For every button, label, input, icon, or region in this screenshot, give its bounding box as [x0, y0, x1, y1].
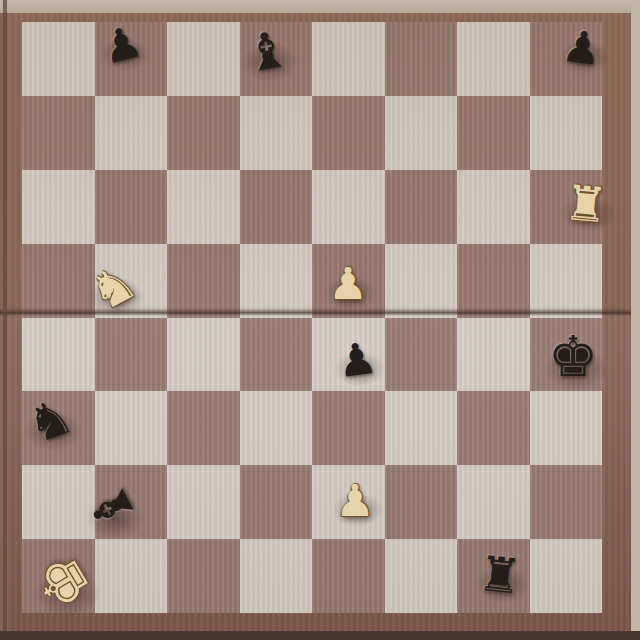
square-c4[interactable]	[167, 318, 240, 392]
square-c2[interactable]	[167, 465, 240, 539]
square-d5[interactable]	[240, 244, 313, 318]
square-f7[interactable]	[385, 96, 458, 170]
square-g6[interactable]	[457, 170, 530, 244]
square-c6[interactable]	[167, 170, 240, 244]
piece-black-bishop-d8[interactable]: ♝	[241, 23, 294, 80]
piece-black-pawn-e4[interactable]: ♟	[334, 335, 379, 384]
square-d3[interactable]	[240, 391, 313, 465]
square-d4[interactable]	[240, 318, 313, 392]
square-f8[interactable]	[385, 22, 458, 96]
square-e8[interactable]	[312, 22, 385, 96]
table-surface-top	[0, 0, 640, 13]
square-d1[interactable]	[240, 539, 313, 613]
square-c8[interactable]	[167, 22, 240, 96]
piece-white-rook-h6[interactable]: ♜	[562, 178, 609, 230]
square-c1[interactable]	[167, 539, 240, 613]
square-f4[interactable]	[385, 318, 458, 392]
square-f5[interactable]	[385, 244, 458, 318]
square-f1[interactable]	[385, 539, 458, 613]
square-b4[interactable]	[95, 318, 168, 392]
square-g7[interactable]	[457, 96, 530, 170]
square-c3[interactable]	[167, 391, 240, 465]
square-c5[interactable]	[167, 244, 240, 318]
square-h7[interactable]	[530, 96, 603, 170]
square-e1[interactable]	[312, 539, 385, 613]
square-f2[interactable]	[385, 465, 458, 539]
chessboard-photo: ♟♝♟♜♞♟♟♚♞♝♟♜♚	[0, 0, 640, 640]
piece-black-rook-g1[interactable]: ♜	[476, 548, 524, 600]
square-h5[interactable]	[530, 244, 603, 318]
square-h1[interactable]	[530, 539, 603, 613]
square-f3[interactable]	[385, 391, 458, 465]
square-a8[interactable]	[22, 22, 95, 96]
square-a6[interactable]	[22, 170, 95, 244]
square-b6[interactable]	[95, 170, 168, 244]
square-e7[interactable]	[312, 96, 385, 170]
table-surface-bottom	[0, 631, 640, 640]
table-surface-right	[631, 0, 640, 640]
square-h3[interactable]	[530, 391, 603, 465]
square-b7[interactable]	[95, 96, 168, 170]
square-h2[interactable]	[530, 465, 603, 539]
square-f6[interactable]	[385, 170, 458, 244]
square-b1[interactable]	[95, 539, 168, 613]
piece-white-pawn-e5[interactable]: ♟	[328, 262, 367, 306]
piece-white-pawn-e2[interactable]: ♟	[335, 479, 374, 523]
square-g8[interactable]	[457, 22, 530, 96]
square-d2[interactable]	[240, 465, 313, 539]
square-a7[interactable]	[22, 96, 95, 170]
square-c7[interactable]	[167, 96, 240, 170]
square-d7[interactable]	[240, 96, 313, 170]
square-g4[interactable]	[457, 318, 530, 392]
square-d6[interactable]	[240, 170, 313, 244]
square-e3[interactable]	[312, 391, 385, 465]
square-b3[interactable]	[95, 391, 168, 465]
square-e6[interactable]	[312, 170, 385, 244]
square-a4[interactable]	[22, 318, 95, 392]
square-g2[interactable]	[457, 465, 530, 539]
piece-black-king-h4[interactable]: ♚	[548, 329, 598, 385]
square-g5[interactable]	[457, 244, 530, 318]
frame-left-edge-shadow	[3, 0, 7, 640]
piece-black-pawn-h8[interactable]: ♟	[559, 23, 604, 72]
square-g3[interactable]	[457, 391, 530, 465]
